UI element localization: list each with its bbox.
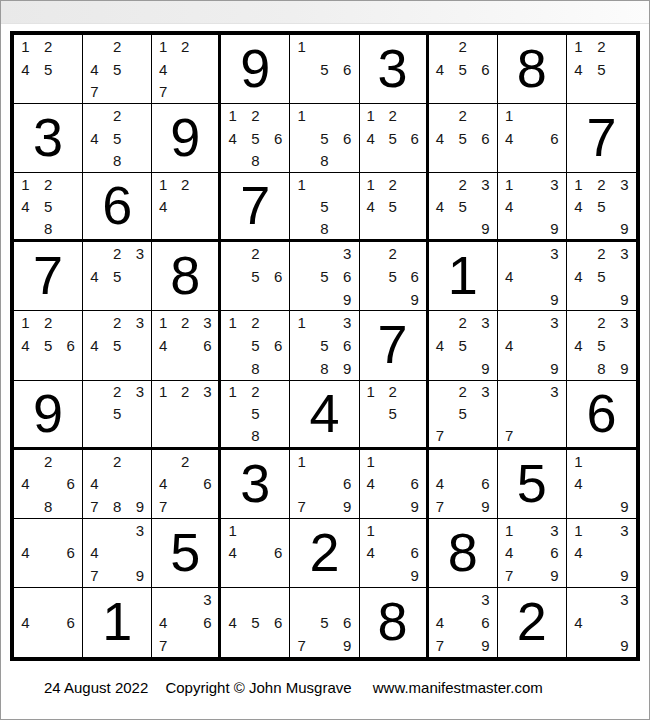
pencil-mark: 4: [83, 58, 106, 81]
pencil-mark: [244, 288, 267, 311]
pencil-marks: 123459: [567, 173, 636, 239]
cell-r7c9[interactable]: 149: [567, 450, 636, 519]
cell-r1c6[interactable]: 3: [360, 35, 429, 104]
pencil-mark: 5: [313, 611, 336, 634]
cell-r8c5[interactable]: 2: [290, 519, 359, 588]
pencil-marks: 1349: [567, 519, 636, 587]
pencil-mark: [152, 588, 174, 611]
pencil-mark: [613, 80, 636, 103]
pencil-mark: [174, 357, 196, 380]
cell-r1c5[interactable]: 156: [290, 35, 359, 104]
pencil-mark: [404, 519, 426, 542]
pencil-mark: [290, 265, 313, 288]
pencil-mark: 2: [451, 173, 474, 195]
cell-r8c3[interactable]: 5: [152, 519, 221, 588]
pencil-marks: 37: [498, 381, 566, 447]
pencil-mark: [382, 472, 404, 495]
pencil-mark: [404, 403, 426, 425]
pencil-mark: [474, 450, 497, 473]
pencil-mark: 4: [498, 127, 521, 150]
cell-r5c7[interactable]: 23459: [429, 311, 498, 380]
pencil-mark: [290, 611, 313, 634]
pencil-mark: [590, 519, 613, 542]
pencil-mark: [567, 242, 590, 265]
pencil-mark: [267, 634, 290, 657]
pencil-mark: 6: [59, 611, 82, 634]
pencil-mark: [429, 588, 452, 611]
cell-r2c5[interactable]: 1568: [290, 104, 359, 173]
cell-r6c8[interactable]: 37: [498, 381, 567, 450]
pencil-mark: [429, 173, 452, 195]
pencil-mark: 3: [129, 242, 152, 265]
pencil-mark: 3: [543, 311, 566, 334]
pencil-mark: 1: [290, 173, 313, 195]
cell-r6c9[interactable]: 6: [567, 381, 636, 450]
pencil-marks: 135689: [290, 311, 358, 379]
pencil-mark: 8: [106, 150, 129, 173]
solved-digit: 8: [517, 41, 547, 97]
pencil-marks: 2569: [360, 242, 426, 310]
pencil-mark: [267, 150, 290, 173]
cell-r7c4[interactable]: 3: [221, 450, 290, 519]
pencil-mark: [567, 80, 590, 103]
cell-r9c2[interactable]: 1: [83, 588, 152, 657]
footer-website: www.manifestmaster.com: [373, 679, 543, 696]
cell-r1c7[interactable]: 2456: [429, 35, 498, 104]
cell-r4c8[interactable]: 349: [498, 242, 567, 311]
cell-r6c4[interactable]: 1258: [221, 381, 290, 450]
pencil-mark: [152, 425, 174, 447]
pencil-mark: [14, 564, 37, 587]
pencil-mark: 3: [613, 311, 636, 334]
pencil-mark: [429, 217, 452, 239]
pencil-mark: 6: [543, 541, 566, 564]
pencil-mark: [429, 403, 452, 425]
cell-r3c7[interactable]: 23459: [429, 173, 498, 242]
pencil-mark: [59, 195, 82, 217]
pencil-mark: [336, 104, 359, 127]
pencil-mark: 5: [382, 265, 404, 288]
cell-r5c3[interactable]: 12346: [152, 311, 221, 380]
pencil-mark: 1: [498, 104, 521, 127]
pencil-mark: 4: [567, 611, 590, 634]
pencil-mark: [336, 35, 359, 58]
pencil-mark: [267, 588, 290, 611]
pencil-marks: 2458: [83, 104, 151, 172]
pencil-mark: 4: [429, 334, 452, 357]
pencil-mark: 9: [404, 495, 426, 518]
solved-digit: 3: [378, 41, 408, 97]
pencil-mark: [106, 80, 129, 103]
cell-r2c4[interactable]: 124568: [221, 104, 290, 173]
pencil-mark: 9: [613, 634, 636, 657]
solved-digit: 7: [33, 248, 63, 304]
cell-r3c6[interactable]: 1245: [360, 173, 429, 242]
pencil-mark: [14, 357, 37, 380]
pencil-mark: 6: [336, 127, 359, 150]
cell-r1c4[interactable]: 9: [221, 35, 290, 104]
pencil-mark: [313, 173, 336, 195]
cell-r7c8[interactable]: 5: [498, 450, 567, 519]
pencil-mark: 6: [336, 265, 359, 288]
cell-r9c6[interactable]: 8: [360, 588, 429, 657]
pencil-marks: 349: [498, 311, 566, 379]
pencil-mark: [520, 104, 543, 127]
cell-r4c1[interactable]: 7: [14, 242, 83, 311]
cell-r9c1[interactable]: 46: [14, 588, 83, 657]
pencil-mark: [360, 425, 382, 447]
pencil-marks: 124: [152, 173, 218, 239]
pencil-mark: 5: [106, 58, 129, 81]
pencil-marks: 5679: [290, 588, 358, 657]
pencil-mark: [543, 104, 566, 127]
pencil-mark: [429, 311, 452, 334]
footer-date: 24 August 2022: [44, 679, 148, 696]
cell-r5c1[interactable]: 12456: [14, 311, 83, 380]
pencil-mark: [196, 450, 218, 473]
cell-r2c2[interactable]: 2458: [83, 104, 152, 173]
cell-r2c6[interactable]: 12456: [360, 104, 429, 173]
pencil-mark: [498, 311, 521, 334]
pencil-mark: 5: [451, 58, 474, 81]
pencil-mark: [83, 104, 106, 127]
pencil-mark: 5: [106, 265, 129, 288]
pencil-mark: [520, 381, 543, 403]
cell-r5c2[interactable]: 2345: [83, 311, 152, 380]
pencil-mark: 2: [37, 450, 60, 473]
pencil-mark: 4: [14, 541, 37, 564]
pencil-mark: 4: [429, 472, 452, 495]
pencil-mark: [174, 495, 196, 518]
pencil-marks: 158: [290, 173, 358, 239]
pencil-mark: [520, 265, 543, 288]
cell-r1c2[interactable]: 2457: [83, 35, 152, 104]
pencil-mark: [267, 425, 290, 447]
pencil-mark: 9: [129, 564, 152, 587]
pencil-mark: 7: [498, 564, 521, 587]
pencil-mark: [451, 472, 474, 495]
pencil-mark: 4: [14, 195, 37, 217]
cell-r2c1[interactable]: 3: [14, 104, 83, 173]
pencil-mark: [59, 564, 82, 587]
pencil-mark: [613, 265, 636, 288]
pencil-mark: [520, 195, 543, 217]
cell-r8c7[interactable]: 8: [429, 519, 498, 588]
pencil-marks: 2467: [152, 450, 218, 518]
cell-r4c9[interactable]: 23459: [567, 242, 636, 311]
pencil-mark: 5: [313, 334, 336, 357]
pencil-mark: [404, 195, 426, 217]
pencil-mark: 3: [613, 242, 636, 265]
pencil-mark: 1: [360, 104, 382, 127]
pencil-mark: 9: [336, 634, 359, 657]
cell-r1c1[interactable]: 1245: [14, 35, 83, 104]
pencil-mark: 1: [221, 519, 244, 542]
cell-r3c3[interactable]: 124: [152, 173, 221, 242]
pencil-mark: 5: [590, 58, 613, 81]
pencil-mark: [474, 150, 497, 173]
pencil-mark: 3: [196, 311, 218, 334]
pencil-mark: [474, 104, 497, 127]
cell-r3c5[interactable]: 158: [290, 173, 359, 242]
pencil-mark: 6: [474, 611, 497, 634]
pencil-mark: 9: [474, 217, 497, 239]
pencil-mark: [221, 242, 244, 265]
pencil-mark: 4: [14, 334, 37, 357]
pencil-mark: [451, 80, 474, 103]
pencil-mark: [221, 564, 244, 587]
pencil-mark: [196, 35, 218, 58]
pencil-mark: 4: [221, 127, 244, 150]
pencil-mark: [404, 450, 426, 473]
pencil-mark: [129, 80, 152, 103]
pencil-mark: [244, 588, 267, 611]
cell-r4c2[interactable]: 2345: [83, 242, 152, 311]
pencil-mark: [567, 634, 590, 657]
pencil-marks: 2456: [429, 104, 497, 172]
cell-r4c3[interactable]: 8: [152, 242, 221, 311]
pencil-mark: [290, 217, 313, 239]
pencil-mark: 2: [382, 381, 404, 403]
pencil-mark: 4: [152, 334, 174, 357]
pencil-mark: 2: [382, 173, 404, 195]
pencil-mark: 6: [267, 611, 290, 634]
pencil-mark: 9: [404, 564, 426, 587]
cell-r4c6[interactable]: 2569: [360, 242, 429, 311]
cell-r7c2[interactable]: 24789: [83, 450, 152, 519]
pencil-mark: 1: [360, 173, 382, 195]
cell-r8c6[interactable]: 1469: [360, 519, 429, 588]
cell-r6c6[interactable]: 125: [360, 381, 429, 450]
pencil-mark: 4: [567, 265, 590, 288]
pencil-marks: 456: [221, 588, 289, 657]
pencil-mark: 6: [404, 265, 426, 288]
pencil-mark: [59, 311, 82, 334]
pencil-mark: [613, 334, 636, 357]
pencil-marks: 156: [290, 35, 358, 103]
cell-r8c8[interactable]: 134679: [498, 519, 567, 588]
pencil-mark: 2: [590, 173, 613, 195]
pencil-mark: [59, 450, 82, 473]
cell-r8c1[interactable]: 46: [14, 519, 83, 588]
pencil-mark: [267, 357, 290, 380]
pencil-mark: 9: [404, 288, 426, 311]
solved-digit: 2: [309, 525, 339, 581]
pencil-mark: [613, 472, 636, 495]
cell-r7c7[interactable]: 4679: [429, 450, 498, 519]
pencil-mark: [313, 288, 336, 311]
cell-r5c6[interactable]: 7: [360, 311, 429, 380]
pencil-mark: 2: [174, 173, 196, 195]
pencil-mark: [106, 564, 129, 587]
pencil-mark: [83, 150, 106, 173]
pencil-mark: [221, 288, 244, 311]
pencil-mark: [129, 450, 152, 473]
pencil-mark: [474, 334, 497, 357]
pencil-mark: [498, 381, 521, 403]
pencil-mark: 7: [429, 634, 452, 657]
pencil-mark: [590, 634, 613, 657]
pencil-mark: [520, 334, 543, 357]
pencil-mark: 6: [196, 334, 218, 357]
pencil-mark: [404, 381, 426, 403]
cell-r9c8[interactable]: 2: [498, 588, 567, 657]
pencil-marks: 1568: [290, 104, 358, 172]
pencil-mark: [267, 242, 290, 265]
pencil-marks: 34679: [429, 588, 497, 657]
solved-digit: 8: [170, 248, 200, 304]
pencil-mark: [221, 634, 244, 657]
pencil-mark: [37, 588, 60, 611]
pencil-marks: 23459: [429, 311, 497, 379]
cell-r8c9[interactable]: 1349: [567, 519, 636, 588]
pencil-mark: [498, 288, 521, 311]
pencil-mark: 3: [543, 242, 566, 265]
pencil-mark: [129, 265, 152, 288]
cell-r4c4[interactable]: 256: [221, 242, 290, 311]
pencil-mark: 2: [37, 173, 60, 195]
cell-r7c5[interactable]: 1679: [290, 450, 359, 519]
pencil-mark: [83, 381, 106, 403]
cell-r1c8[interactable]: 8: [498, 35, 567, 104]
pencil-mark: [129, 425, 152, 447]
pencil-mark: [590, 288, 613, 311]
pencil-mark: [290, 127, 313, 150]
pencil-mark: 7: [152, 80, 174, 103]
pencil-mark: [14, 519, 37, 542]
cell-r5c4[interactable]: 12568: [221, 311, 290, 380]
cell-r9c5[interactable]: 5679: [290, 588, 359, 657]
pencil-mark: [83, 288, 106, 311]
cell-r6c7[interactable]: 2357: [429, 381, 498, 450]
cell-r8c4[interactable]: 146: [221, 519, 290, 588]
cell-r4c7[interactable]: 1: [429, 242, 498, 311]
pencil-marks: 2457: [83, 35, 151, 103]
cell-r2c3[interactable]: 9: [152, 104, 221, 173]
cell-r6c3[interactable]: 123: [152, 381, 221, 450]
cell-r4c5[interactable]: 3569: [290, 242, 359, 311]
pencil-mark: 2: [106, 242, 129, 265]
cell-r2c9[interactable]: 7: [567, 104, 636, 173]
pencil-mark: [451, 150, 474, 173]
solved-digit: 6: [586, 386, 616, 442]
pencil-mark: [83, 242, 106, 265]
pencil-mark: 9: [613, 288, 636, 311]
pencil-mark: 1: [152, 381, 174, 403]
pencil-mark: 1: [221, 381, 244, 403]
pencil-mark: [429, 450, 452, 473]
pencil-mark: 1: [14, 173, 37, 195]
cell-r2c7[interactable]: 2456: [429, 104, 498, 173]
cell-r1c3[interactable]: 1247: [152, 35, 221, 104]
pencil-mark: [59, 35, 82, 58]
pencil-mark: [129, 104, 152, 127]
cell-r5c8[interactable]: 349: [498, 311, 567, 380]
pencil-mark: [267, 519, 290, 542]
cell-r9c3[interactable]: 3467: [152, 588, 221, 657]
cell-r9c4[interactable]: 456: [221, 588, 290, 657]
cell-r6c2[interactable]: 235: [83, 381, 152, 450]
cell-r2c8[interactable]: 146: [498, 104, 567, 173]
pencil-marks: 349: [567, 588, 636, 657]
pencil-marks: 149: [567, 450, 636, 518]
pencil-mark: 4: [498, 265, 521, 288]
solved-digit: 4: [309, 386, 339, 442]
pencil-mark: 4: [567, 195, 590, 217]
pencil-mark: 3: [474, 381, 497, 403]
cell-r1c9[interactable]: 1245: [567, 35, 636, 104]
pencil-mark: [404, 217, 426, 239]
cell-r3c9[interactable]: 123459: [567, 173, 636, 242]
cell-r9c7[interactable]: 34679: [429, 588, 498, 657]
cell-r7c6[interactable]: 1469: [360, 450, 429, 519]
pencil-mark: [404, 173, 426, 195]
pencil-marks: 349: [498, 242, 566, 310]
cell-r5c9[interactable]: 234589: [567, 311, 636, 380]
cell-r3c4[interactable]: 7: [221, 173, 290, 242]
pencil-mark: [498, 242, 521, 265]
pencil-mark: 7: [290, 495, 313, 518]
pencil-mark: [474, 195, 497, 217]
cell-r5c5[interactable]: 135689: [290, 311, 359, 380]
pencil-mark: [451, 611, 474, 634]
pencil-mark: [498, 217, 521, 239]
pencil-mark: [14, 495, 37, 518]
pencil-mark: 1: [567, 35, 590, 58]
pencil-mark: [267, 403, 290, 425]
pencil-mark: [174, 403, 196, 425]
pencil-mark: [567, 588, 590, 611]
cell-r7c3[interactable]: 2467: [152, 450, 221, 519]
cell-r6c5[interactable]: 4: [290, 381, 359, 450]
pencil-mark: 2: [37, 311, 60, 334]
pencil-mark: [590, 564, 613, 587]
pencil-mark: 6: [336, 58, 359, 81]
cell-r6c1[interactable]: 9: [14, 381, 83, 450]
cell-r9c9[interactable]: 349: [567, 588, 636, 657]
pencil-mark: [543, 150, 566, 173]
cell-r7c1[interactable]: 2468: [14, 450, 83, 519]
pencil-mark: 3: [613, 173, 636, 195]
pencil-mark: 6: [336, 472, 359, 495]
pencil-mark: [244, 564, 267, 587]
pencil-marks: 12456: [14, 311, 82, 379]
pencil-mark: 4: [429, 195, 452, 217]
cell-r3c8[interactable]: 1349: [498, 173, 567, 242]
pencil-mark: [590, 217, 613, 239]
pencil-mark: [267, 288, 290, 311]
pencil-mark: [543, 403, 566, 425]
pencil-marks: 2345: [83, 242, 151, 310]
pencil-mark: 1: [14, 35, 37, 58]
cell-r3c2[interactable]: 6: [83, 173, 152, 242]
pencil-mark: 2: [451, 381, 474, 403]
pencil-mark: 5: [313, 265, 336, 288]
pencil-mark: 6: [267, 265, 290, 288]
cell-r3c1[interactable]: 12458: [14, 173, 83, 242]
pencil-marks: 46: [14, 519, 82, 587]
pencil-mark: [244, 634, 267, 657]
pencil-mark: [129, 58, 152, 81]
pencil-mark: 5: [313, 58, 336, 81]
pencil-mark: [474, 80, 497, 103]
pencil-mark: [221, 425, 244, 447]
pencil-mark: [221, 334, 244, 357]
pencil-mark: 4: [498, 334, 521, 357]
cell-r8c2[interactable]: 3479: [83, 519, 152, 588]
pencil-mark: 2: [174, 311, 196, 334]
solved-digit: 5: [517, 456, 547, 512]
